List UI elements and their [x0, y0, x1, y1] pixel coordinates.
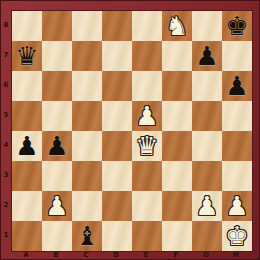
chess-board[interactable]: ♞♚♛♟♟♟♟♟♛♟♟♟♝♚	[11, 10, 253, 252]
piece-black-queen[interactable]: ♛	[15, 41, 38, 71]
piece-white-queen[interactable]: ♛	[135, 131, 158, 161]
square-b7[interactable]	[42, 41, 72, 71]
square-h4[interactable]	[222, 131, 252, 161]
square-c5[interactable]	[72, 101, 102, 131]
square-g5[interactable]	[192, 101, 222, 131]
square-e8[interactable]	[132, 11, 162, 41]
rank-label-2: 2	[1, 190, 11, 220]
square-g1[interactable]	[192, 221, 222, 251]
square-a8[interactable]	[12, 11, 42, 41]
square-d2[interactable]	[102, 191, 132, 221]
square-c7[interactable]	[72, 41, 102, 71]
square-c4[interactable]	[72, 131, 102, 161]
rank-label-5: 5	[1, 100, 11, 130]
square-e2[interactable]	[132, 191, 162, 221]
square-b1[interactable]	[42, 221, 72, 251]
square-g4[interactable]	[192, 131, 222, 161]
piece-white-pawn[interactable]: ♟	[225, 191, 248, 221]
square-a4[interactable]: ♟	[12, 131, 42, 161]
square-a6[interactable]	[12, 71, 42, 101]
square-b4[interactable]: ♟	[42, 131, 72, 161]
square-a3[interactable]	[12, 161, 42, 191]
square-f4[interactable]	[162, 131, 192, 161]
square-d5[interactable]	[102, 101, 132, 131]
square-c8[interactable]	[72, 11, 102, 41]
piece-black-king[interactable]: ♚	[225, 11, 248, 41]
rank-labels: 87654321	[1, 10, 11, 250]
rank-label-6: 6	[1, 70, 11, 100]
rank-label-1: 1	[1, 220, 11, 250]
rank-label-8: 8	[1, 10, 11, 40]
square-h5[interactable]	[222, 101, 252, 131]
square-a2[interactable]	[12, 191, 42, 221]
square-e6[interactable]	[132, 71, 162, 101]
square-f6[interactable]	[162, 71, 192, 101]
square-h7[interactable]	[222, 41, 252, 71]
piece-white-pawn[interactable]: ♟	[135, 101, 158, 131]
square-a1[interactable]	[12, 221, 42, 251]
rank-label-4: 4	[1, 130, 11, 160]
piece-white-king[interactable]: ♚	[225, 221, 248, 251]
square-d4[interactable]	[102, 131, 132, 161]
square-g6[interactable]	[192, 71, 222, 101]
square-g3[interactable]	[192, 161, 222, 191]
piece-white-knight[interactable]: ♞	[165, 11, 188, 41]
piece-black-pawn[interactable]: ♟	[45, 131, 68, 161]
square-h1[interactable]: ♚	[222, 221, 252, 251]
square-f1[interactable]	[162, 221, 192, 251]
square-b8[interactable]	[42, 11, 72, 41]
piece-white-pawn[interactable]: ♟	[45, 191, 68, 221]
square-e1[interactable]	[132, 221, 162, 251]
piece-black-pawn[interactable]: ♟	[15, 131, 38, 161]
piece-white-pawn[interactable]: ♟	[195, 191, 218, 221]
square-h8[interactable]: ♚	[222, 11, 252, 41]
square-e4[interactable]: ♛	[132, 131, 162, 161]
square-f5[interactable]	[162, 101, 192, 131]
square-g7[interactable]: ♟	[192, 41, 222, 71]
piece-black-pawn[interactable]: ♟	[195, 41, 218, 71]
piece-black-pawn[interactable]: ♟	[225, 71, 248, 101]
square-d8[interactable]	[102, 11, 132, 41]
square-b6[interactable]	[42, 71, 72, 101]
square-b5[interactable]	[42, 101, 72, 131]
square-e5[interactable]: ♟	[132, 101, 162, 131]
square-f2[interactable]	[162, 191, 192, 221]
square-f3[interactable]	[162, 161, 192, 191]
board-frame: 87654321 ABCDEFGH ♞♚♛♟♟♟♟♟♛♟♟♟♝♚	[0, 0, 260, 260]
square-d1[interactable]	[102, 221, 132, 251]
square-g8[interactable]	[192, 11, 222, 41]
square-c2[interactable]	[72, 191, 102, 221]
square-g2[interactable]: ♟	[192, 191, 222, 221]
rank-label-3: 3	[1, 160, 11, 190]
square-a5[interactable]	[12, 101, 42, 131]
square-a7[interactable]: ♛	[12, 41, 42, 71]
square-e7[interactable]	[132, 41, 162, 71]
square-e3[interactable]	[132, 161, 162, 191]
square-f8[interactable]: ♞	[162, 11, 192, 41]
rank-label-7: 7	[1, 40, 11, 70]
square-b3[interactable]	[42, 161, 72, 191]
square-d6[interactable]	[102, 71, 132, 101]
piece-black-bishop[interactable]: ♝	[75, 221, 98, 251]
square-f7[interactable]	[162, 41, 192, 71]
square-h2[interactable]: ♟	[222, 191, 252, 221]
square-h3[interactable]	[222, 161, 252, 191]
square-c3[interactable]	[72, 161, 102, 191]
square-h6[interactable]: ♟	[222, 71, 252, 101]
square-d3[interactable]	[102, 161, 132, 191]
square-b2[interactable]: ♟	[42, 191, 72, 221]
square-c6[interactable]	[72, 71, 102, 101]
square-d7[interactable]	[102, 41, 132, 71]
square-c1[interactable]: ♝	[72, 221, 102, 251]
